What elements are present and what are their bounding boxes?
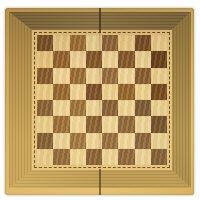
square-b7[interactable] [53, 51, 69, 67]
square-c3[interactable] [70, 116, 86, 132]
square-a1[interactable] [37, 149, 53, 165]
square-g2[interactable] [135, 133, 151, 149]
square-f8[interactable] [118, 35, 134, 51]
square-h1[interactable] [151, 149, 167, 165]
square-b3[interactable] [53, 116, 69, 132]
square-a8[interactable] [37, 35, 53, 51]
square-b2[interactable] [53, 133, 69, 149]
square-e4[interactable] [102, 100, 118, 116]
square-g8[interactable] [135, 35, 151, 51]
square-e3[interactable] [102, 116, 118, 132]
square-e1[interactable] [102, 149, 118, 165]
square-b5[interactable] [53, 84, 69, 100]
square-a4[interactable] [37, 100, 53, 116]
square-e8[interactable] [102, 35, 118, 51]
square-h3[interactable] [151, 116, 167, 132]
photo-background [0, 0, 200, 200]
square-c8[interactable] [70, 35, 86, 51]
square-h7[interactable] [151, 51, 167, 67]
square-e5[interactable] [102, 84, 118, 100]
fold-seam [99, 8, 101, 195]
chessboard [5, 8, 194, 195]
square-h8[interactable] [151, 35, 167, 51]
square-h2[interactable] [151, 133, 167, 149]
frame-right-rail [170, 12, 191, 188]
square-b1[interactable] [53, 149, 69, 165]
square-a7[interactable] [37, 51, 53, 67]
frame-left-rail [9, 12, 34, 188]
square-g6[interactable] [135, 68, 151, 84]
square-f1[interactable] [118, 149, 134, 165]
square-a6[interactable] [37, 68, 53, 84]
square-c1[interactable] [70, 149, 86, 165]
square-c2[interactable] [70, 133, 86, 149]
square-f7[interactable] [118, 51, 134, 67]
square-b4[interactable] [53, 100, 69, 116]
square-e2[interactable] [102, 133, 118, 149]
square-f5[interactable] [118, 84, 134, 100]
square-h4[interactable] [151, 100, 167, 116]
board-squares [37, 35, 167, 165]
square-c4[interactable] [70, 100, 86, 116]
square-g5[interactable] [135, 84, 151, 100]
square-a2[interactable] [37, 133, 53, 149]
square-g3[interactable] [135, 116, 151, 132]
square-a5[interactable] [37, 84, 53, 100]
square-g7[interactable] [135, 51, 151, 67]
square-f6[interactable] [118, 68, 134, 84]
square-e7[interactable] [102, 51, 118, 67]
square-f4[interactable] [118, 100, 134, 116]
board-inlay-border [34, 32, 170, 168]
square-c7[interactable] [70, 51, 86, 67]
square-f3[interactable] [118, 116, 134, 132]
square-b8[interactable] [53, 35, 69, 51]
square-c5[interactable] [70, 84, 86, 100]
square-g1[interactable] [135, 149, 151, 165]
square-c6[interactable] [70, 68, 86, 84]
square-f2[interactable] [118, 133, 134, 149]
square-h5[interactable] [151, 84, 167, 100]
square-a3[interactable] [37, 116, 53, 132]
square-e6[interactable] [102, 68, 118, 84]
square-h6[interactable] [151, 68, 167, 84]
square-g4[interactable] [135, 100, 151, 116]
square-b6[interactable] [53, 68, 69, 84]
